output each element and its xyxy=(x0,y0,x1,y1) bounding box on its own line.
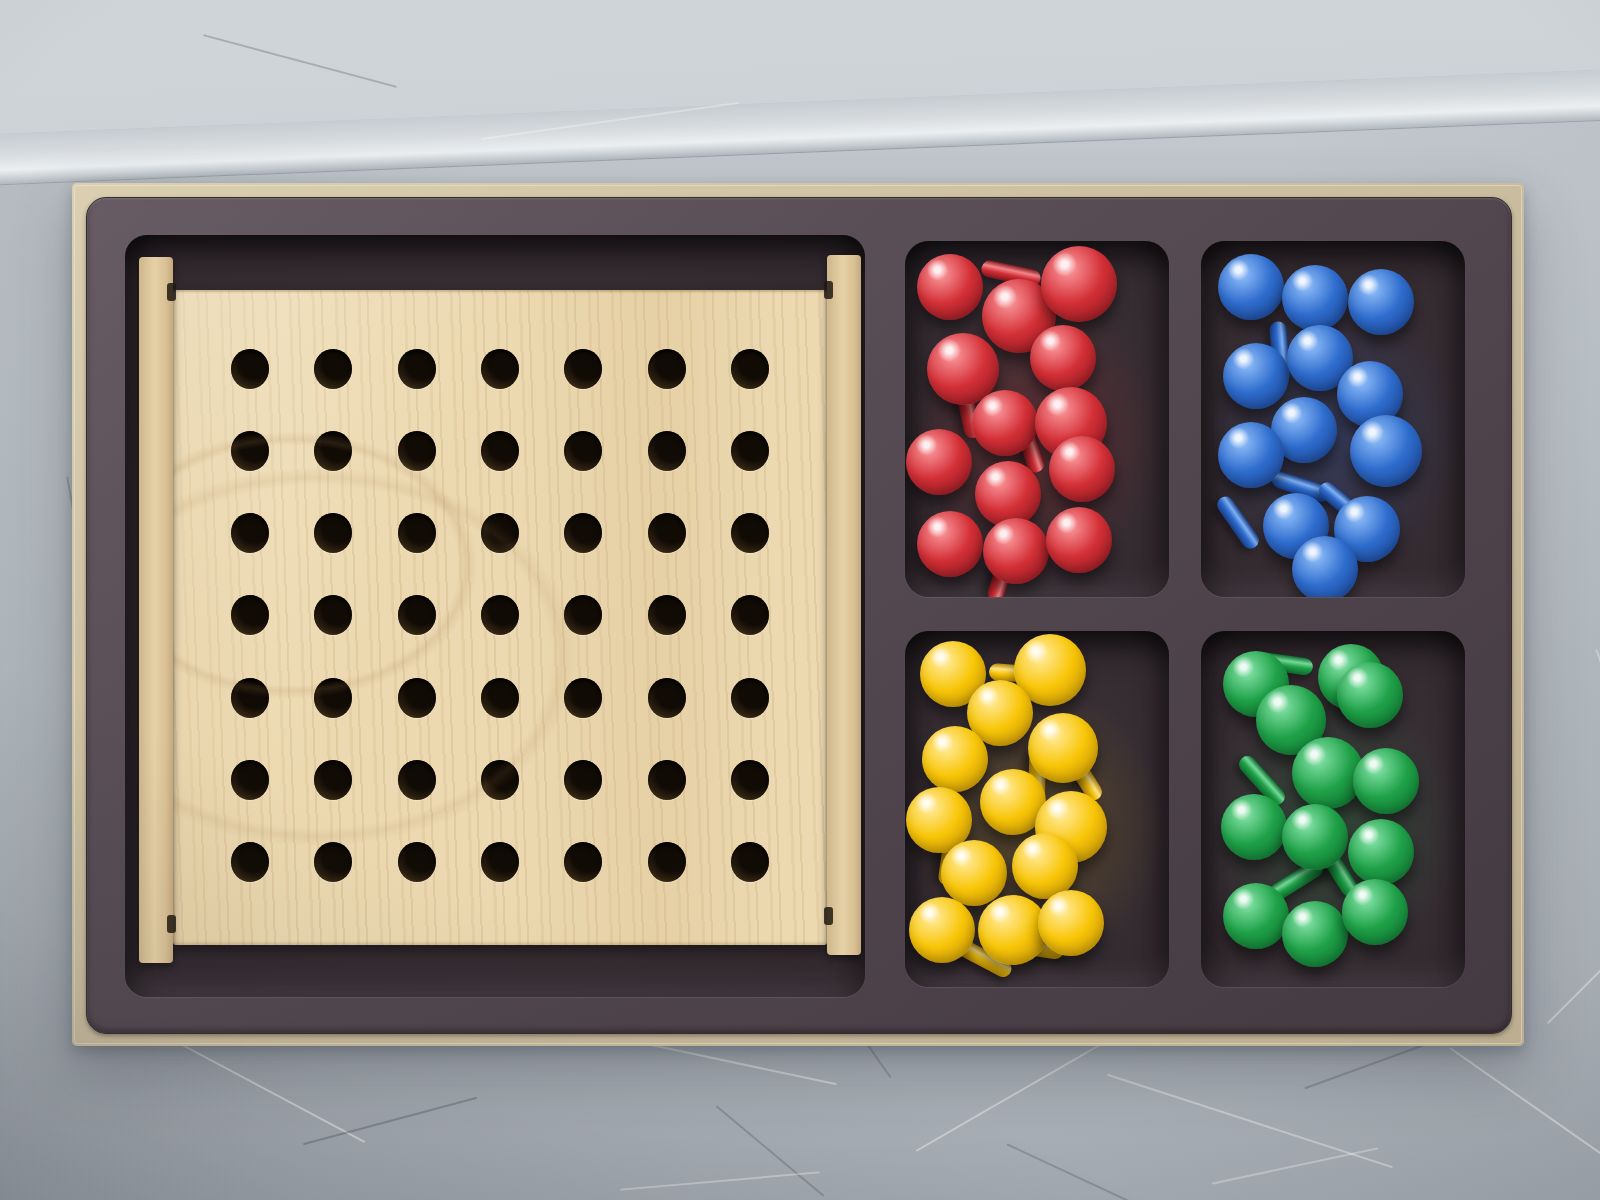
board-cell xyxy=(208,574,291,656)
board-cell xyxy=(291,492,374,574)
board-cell xyxy=(625,821,708,903)
board-cell xyxy=(291,821,374,903)
blue-peg-ball[interactable] xyxy=(1218,254,1284,320)
board-hole[interactable] xyxy=(231,431,269,471)
scratch-line xyxy=(620,1171,819,1190)
tray-green-pegs xyxy=(1201,631,1465,987)
board-hole[interactable] xyxy=(731,431,769,471)
board-cell xyxy=(542,821,625,903)
board-cell xyxy=(291,328,374,410)
board-cell xyxy=(709,657,792,739)
board-hole[interactable] xyxy=(648,595,686,635)
board-hole[interactable] xyxy=(398,595,436,635)
board-hole[interactable] xyxy=(398,760,436,800)
green-peg-ball[interactable] xyxy=(1282,804,1348,870)
board-hole[interactable] xyxy=(564,678,602,718)
board-cell xyxy=(625,410,708,492)
board-hole[interactable] xyxy=(564,595,602,635)
board-cell xyxy=(375,492,458,574)
board-compartment xyxy=(125,235,865,997)
board-hole[interactable] xyxy=(231,349,269,389)
board-hole[interactable] xyxy=(314,349,352,389)
board-cell xyxy=(709,492,792,574)
board-cell xyxy=(208,328,291,410)
blue-peg-ball[interactable] xyxy=(1348,269,1414,335)
tray-red-pegs xyxy=(905,241,1169,597)
board-hole[interactable] xyxy=(398,678,436,718)
red-peg-ball[interactable] xyxy=(1030,325,1096,391)
board-hole[interactable] xyxy=(564,513,602,553)
board-hole[interactable] xyxy=(481,760,519,800)
board-hole[interactable] xyxy=(731,842,769,882)
board-hole[interactable] xyxy=(314,842,352,882)
board-cell xyxy=(291,410,374,492)
board-hole[interactable] xyxy=(481,349,519,389)
yellow-peg-ball[interactable] xyxy=(909,897,975,963)
green-peg-ball[interactable] xyxy=(1282,901,1348,967)
blue-peg-ball[interactable] xyxy=(1292,536,1358,597)
board-cell xyxy=(291,739,374,821)
board-hole[interactable] xyxy=(314,678,352,718)
board-hole[interactable] xyxy=(564,349,602,389)
scratch-line xyxy=(1007,1143,1144,1200)
board-cell xyxy=(542,328,625,410)
board-cell xyxy=(542,492,625,574)
board-hole[interactable] xyxy=(481,678,519,718)
rail-notch xyxy=(824,907,833,925)
green-peg-ball[interactable] xyxy=(1337,662,1403,728)
board-cell xyxy=(542,410,625,492)
photo-scene xyxy=(0,0,1600,1200)
tray-insert xyxy=(86,197,1512,1034)
board-hole[interactable] xyxy=(231,842,269,882)
board-hole[interactable] xyxy=(314,513,352,553)
tray-yellow-pegs xyxy=(905,631,1169,987)
board-hole[interactable] xyxy=(481,513,519,553)
board-hole[interactable] xyxy=(314,760,352,800)
green-peg-ball[interactable] xyxy=(1353,748,1419,814)
red-peg-ball[interactable] xyxy=(972,390,1038,456)
board-hole[interactable] xyxy=(564,842,602,882)
board-cell xyxy=(375,328,458,410)
board-cell xyxy=(625,657,708,739)
board-cell xyxy=(625,328,708,410)
board-cell xyxy=(375,821,458,903)
red-peg-ball[interactable] xyxy=(917,511,983,577)
board-hole[interactable] xyxy=(398,349,436,389)
board-cell xyxy=(542,574,625,656)
yellow-peg-ball[interactable] xyxy=(1038,890,1104,956)
board-cell xyxy=(709,821,792,903)
rail-notch xyxy=(824,281,833,299)
blue-peg-ball[interactable] xyxy=(1282,265,1348,331)
board-cell xyxy=(709,328,792,410)
board-hole[interactable] xyxy=(731,678,769,718)
board-cell xyxy=(625,492,708,574)
yellow-peg-ball[interactable] xyxy=(941,840,1007,906)
board-cell xyxy=(208,739,291,821)
board-cell xyxy=(375,574,458,656)
board-cell xyxy=(458,739,541,821)
board-cell xyxy=(458,492,541,574)
board-hole[interactable] xyxy=(564,431,602,471)
tray-blue-pegs xyxy=(1201,241,1465,597)
board-cell xyxy=(458,657,541,739)
board-cell xyxy=(375,739,458,821)
board-hole[interactable] xyxy=(648,842,686,882)
red-peg-ball[interactable] xyxy=(975,461,1041,527)
scratch-line xyxy=(916,1030,1125,1152)
board-hole[interactable] xyxy=(231,513,269,553)
board-cell xyxy=(709,739,792,821)
board-hole[interactable] xyxy=(398,842,436,882)
board-cell xyxy=(375,657,458,739)
rail-notch xyxy=(167,283,176,301)
board-hole[interactable] xyxy=(231,760,269,800)
board-cell xyxy=(208,821,291,903)
pegboard xyxy=(173,290,827,945)
blue-peg-ball[interactable] xyxy=(1350,415,1422,487)
board-hole[interactable] xyxy=(648,349,686,389)
scratch-line xyxy=(716,1105,825,1197)
board-cell xyxy=(208,492,291,574)
board-cell xyxy=(375,410,458,492)
red-peg-ball[interactable] xyxy=(906,429,972,495)
game-box xyxy=(72,183,1524,1046)
scratch-line xyxy=(1547,938,1600,1024)
board-hole[interactable] xyxy=(731,595,769,635)
board-cell xyxy=(458,574,541,656)
board-hole[interactable] xyxy=(731,760,769,800)
board-hole[interactable] xyxy=(231,678,269,718)
red-peg-ball[interactable] xyxy=(983,518,1049,584)
board-hole[interactable] xyxy=(398,431,436,471)
board-cell xyxy=(625,574,708,656)
board-hole[interactable] xyxy=(648,678,686,718)
board-cell xyxy=(709,410,792,492)
red-peg-ball[interactable] xyxy=(917,254,983,320)
scratch-line xyxy=(1449,1047,1600,1175)
board-cell xyxy=(458,328,541,410)
board-cell xyxy=(291,574,374,656)
board-hole[interactable] xyxy=(314,595,352,635)
green-peg-ball[interactable] xyxy=(1223,883,1289,949)
board-hole[interactable] xyxy=(481,595,519,635)
green-peg-ball[interactable] xyxy=(1221,794,1287,860)
board-hole[interactable] xyxy=(648,431,686,471)
board-rail-right xyxy=(827,255,861,955)
board-hole[interactable] xyxy=(481,842,519,882)
green-peg-ball[interactable] xyxy=(1348,819,1414,885)
board-hole[interactable] xyxy=(398,513,436,553)
board-cell xyxy=(709,574,792,656)
board-hole[interactable] xyxy=(564,760,602,800)
yellow-peg-ball[interactable] xyxy=(978,895,1048,965)
board-hole[interactable] xyxy=(481,431,519,471)
board-cell xyxy=(542,739,625,821)
board-cell xyxy=(542,657,625,739)
board-hole[interactable] xyxy=(231,595,269,635)
blue-peg-ball[interactable] xyxy=(1223,343,1289,409)
scratch-line xyxy=(1212,1147,1379,1184)
yellow-peg-ball[interactable] xyxy=(922,726,988,792)
red-peg-ball[interactable] xyxy=(1041,246,1117,322)
board-cell xyxy=(458,410,541,492)
board-hole[interactable] xyxy=(314,431,352,471)
red-peg-ball[interactable] xyxy=(1049,436,1115,502)
board-rail-left xyxy=(139,257,173,963)
blue-peg-ball[interactable] xyxy=(1218,422,1284,488)
board-hole[interactable] xyxy=(648,760,686,800)
scratch-line xyxy=(303,1097,477,1146)
board-hole[interactable] xyxy=(731,513,769,553)
board-hole[interactable] xyxy=(731,349,769,389)
board-hole[interactable] xyxy=(648,513,686,553)
board-cell xyxy=(208,657,291,739)
green-peg-ball[interactable] xyxy=(1342,879,1408,945)
scratch-line xyxy=(1595,649,1600,753)
blue-peg-stem[interactable] xyxy=(1214,493,1262,552)
board-cell xyxy=(291,657,374,739)
board-cell xyxy=(208,410,291,492)
rail-notch xyxy=(167,915,176,933)
yellow-peg-ball[interactable] xyxy=(1012,833,1078,899)
board-cell xyxy=(625,739,708,821)
red-peg-ball[interactable] xyxy=(1046,507,1112,573)
scratch-line xyxy=(1107,1074,1393,1169)
board-cell xyxy=(458,821,541,903)
